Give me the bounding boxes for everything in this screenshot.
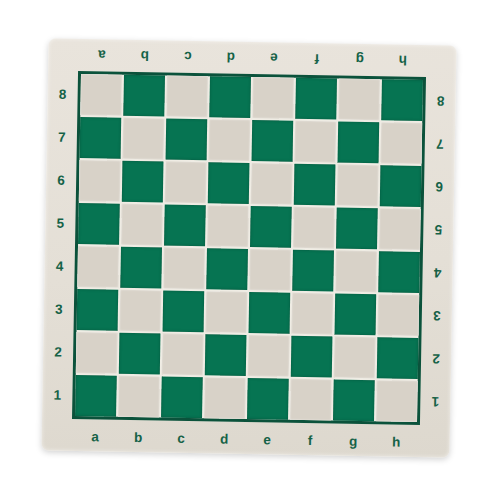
square-b3[interactable] <box>120 290 162 332</box>
square-b6[interactable] <box>122 161 164 203</box>
square-a2[interactable] <box>76 332 118 374</box>
square-f5[interactable] <box>293 207 335 249</box>
square-e6[interactable] <box>251 163 293 205</box>
square-c2[interactable] <box>162 334 204 376</box>
rank-label-8: 8 <box>425 80 456 122</box>
rank-label-1: 1 <box>420 381 451 423</box>
file-label-h: h <box>375 426 417 457</box>
file-label-f: f <box>289 425 331 456</box>
file-label-g: g <box>332 425 374 456</box>
square-g1[interactable] <box>333 379 375 421</box>
square-g8[interactable] <box>338 79 380 121</box>
square-g3[interactable] <box>335 294 377 336</box>
rank-labels-right: 87654321 <box>420 77 456 427</box>
chess-mat: abcdefgh 87654321 87654321 abcdefgh <box>41 38 456 457</box>
square-d4[interactable] <box>206 248 248 290</box>
square-c3[interactable] <box>163 291 205 333</box>
file-label-h: h <box>382 44 424 77</box>
square-f2[interactable] <box>291 336 333 378</box>
page-background: abcdefgh 87654321 87654321 abcdefgh <box>0 0 500 500</box>
square-f8[interactable] <box>295 78 337 120</box>
rank-label-5: 5 <box>423 209 454 251</box>
square-a7[interactable] <box>80 117 122 159</box>
square-h2[interactable] <box>377 337 419 379</box>
square-h1[interactable] <box>376 380 418 422</box>
square-d6[interactable] <box>208 162 250 204</box>
square-e1[interactable] <box>247 378 289 420</box>
square-h3[interactable] <box>377 294 419 336</box>
file-label-d: d <box>210 41 252 74</box>
file-label-c: c <box>167 41 209 74</box>
square-f6[interactable] <box>294 164 336 206</box>
rank-label-4: 4 <box>44 245 75 287</box>
square-e2[interactable] <box>248 335 290 377</box>
square-d1[interactable] <box>204 377 246 419</box>
square-h6[interactable] <box>380 165 422 207</box>
rank-label-4: 4 <box>422 252 453 294</box>
square-h7[interactable] <box>380 122 422 164</box>
chess-board[interactable] <box>72 71 426 425</box>
square-g5[interactable] <box>336 208 378 250</box>
file-label-f: f <box>296 43 338 76</box>
rank-label-3: 3 <box>421 295 452 337</box>
rank-label-7: 7 <box>424 123 455 165</box>
square-a4[interactable] <box>77 246 119 288</box>
file-label-a: a <box>81 39 123 72</box>
square-b5[interactable] <box>121 204 163 246</box>
file-label-b: b <box>124 40 166 73</box>
rank-label-6: 6 <box>424 166 455 208</box>
square-b4[interactable] <box>120 247 162 289</box>
file-label-a: a <box>74 421 116 452</box>
file-label-b: b <box>117 422 159 453</box>
square-d7[interactable] <box>209 119 251 161</box>
square-f7[interactable] <box>295 121 337 163</box>
square-b8[interactable] <box>123 75 165 117</box>
square-d2[interactable] <box>205 334 247 376</box>
square-c8[interactable] <box>166 76 208 118</box>
square-a5[interactable] <box>78 203 120 245</box>
square-h8[interactable] <box>381 79 423 121</box>
square-c1[interactable] <box>161 376 203 418</box>
file-label-g: g <box>339 44 381 77</box>
rank-label-2: 2 <box>43 331 74 373</box>
square-d3[interactable] <box>206 291 248 333</box>
square-c7[interactable] <box>166 119 208 161</box>
rank-label-8: 8 <box>47 73 78 115</box>
file-label-e: e <box>246 424 288 455</box>
square-e5[interactable] <box>250 206 292 248</box>
rank-label-2: 2 <box>421 338 452 380</box>
square-f3[interactable] <box>292 293 334 335</box>
rank-label-6: 6 <box>46 159 77 201</box>
square-f1[interactable] <box>290 379 332 421</box>
file-labels-top: abcdefgh <box>78 39 427 77</box>
square-a6[interactable] <box>79 160 121 202</box>
square-a3[interactable] <box>77 289 119 331</box>
square-b1[interactable] <box>118 376 160 418</box>
rank-label-7: 7 <box>47 116 78 158</box>
file-label-d: d <box>203 423 245 454</box>
rank-label-1: 1 <box>42 374 73 416</box>
square-e4[interactable] <box>249 249 291 291</box>
square-c5[interactable] <box>164 205 206 247</box>
square-h5[interactable] <box>379 208 421 250</box>
rank-label-5: 5 <box>45 202 76 244</box>
square-b7[interactable] <box>123 118 165 160</box>
file-labels-bottom: abcdefgh <box>71 421 419 457</box>
square-g6[interactable] <box>337 165 379 207</box>
square-g7[interactable] <box>338 122 380 164</box>
rank-label-3: 3 <box>44 288 75 330</box>
square-h4[interactable] <box>378 251 420 293</box>
square-e8[interactable] <box>252 77 294 119</box>
square-e3[interactable] <box>249 292 291 334</box>
file-label-e: e <box>253 42 295 75</box>
file-label-c: c <box>160 422 202 453</box>
square-c4[interactable] <box>163 248 205 290</box>
square-e7[interactable] <box>252 120 294 162</box>
square-g2[interactable] <box>334 337 376 379</box>
square-d8[interactable] <box>209 76 251 118</box>
square-c6[interactable] <box>165 162 207 204</box>
square-f4[interactable] <box>292 250 334 292</box>
square-g4[interactable] <box>335 251 377 293</box>
square-b2[interactable] <box>119 333 161 375</box>
square-a8[interactable] <box>80 74 122 116</box>
square-d5[interactable] <box>207 205 249 247</box>
square-a1[interactable] <box>75 375 117 417</box>
